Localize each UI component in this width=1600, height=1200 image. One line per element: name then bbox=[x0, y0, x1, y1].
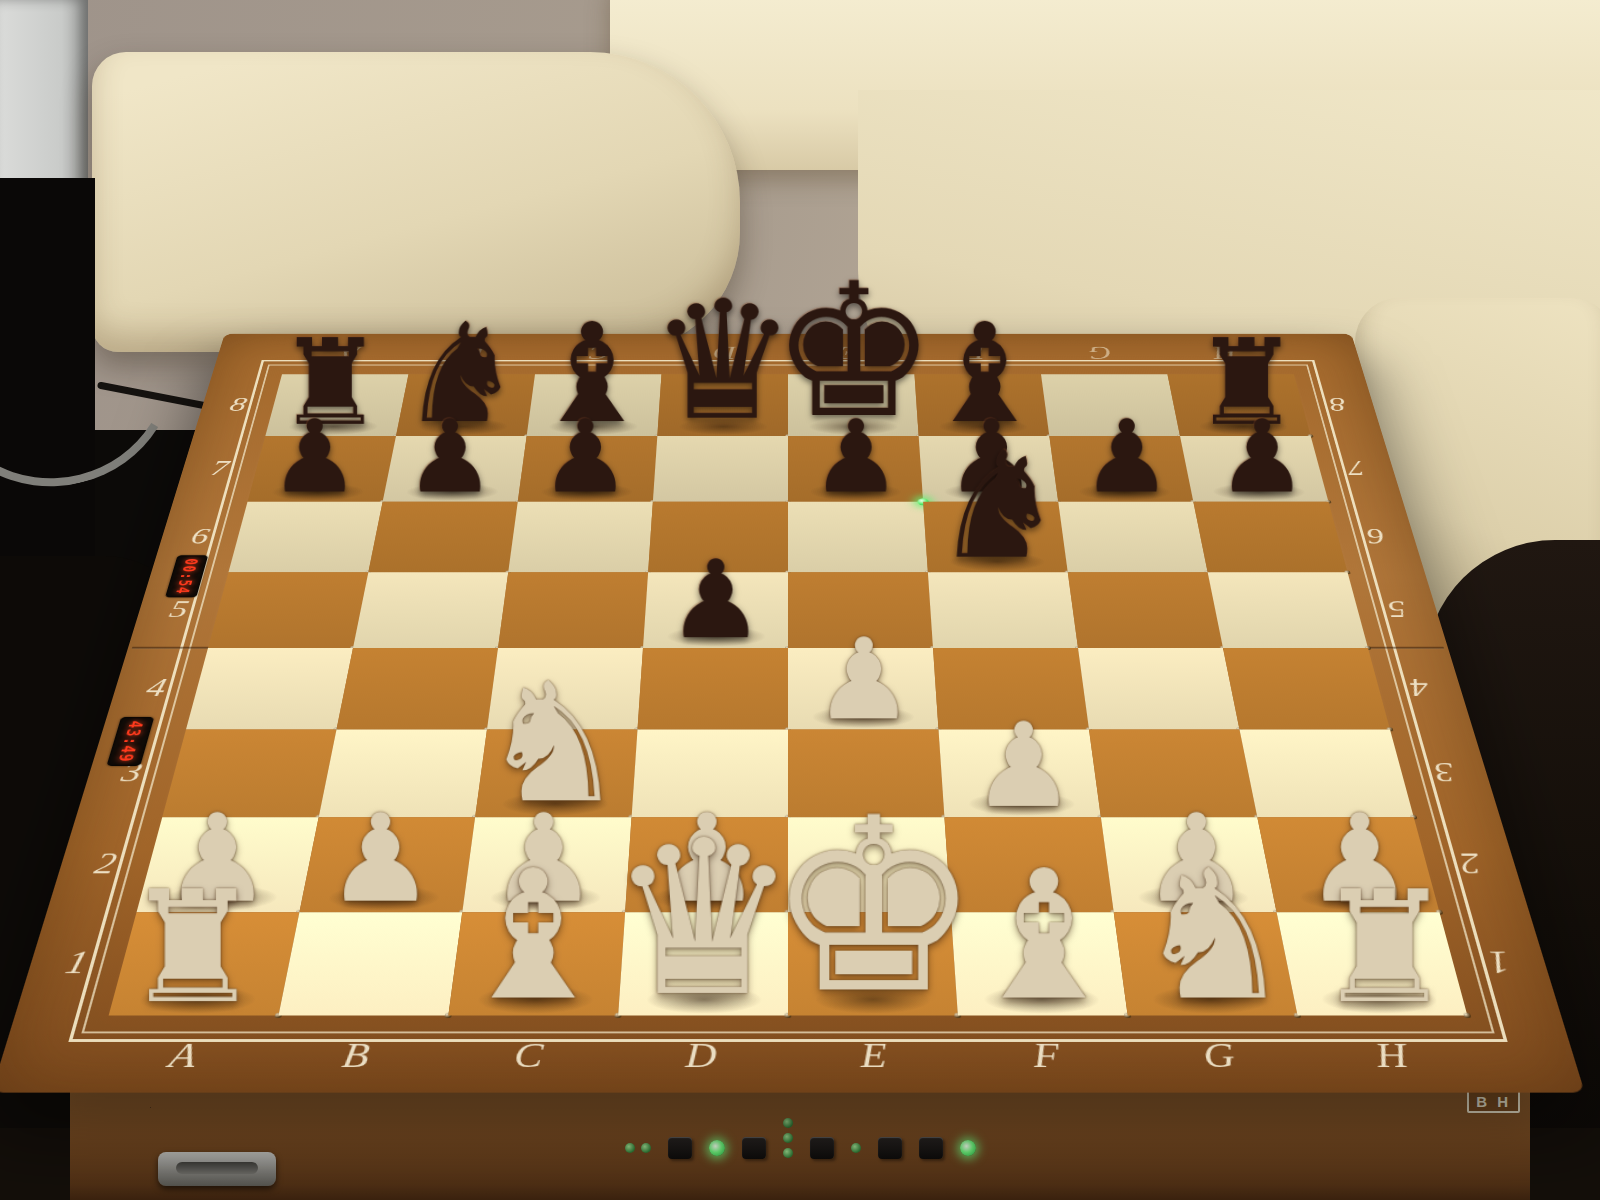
board: ♜♞♝♛♚♝♜♟♟♟♟♟♟♟♞♟♟♞♟♟♟♟♟♟♟♜♝♛♚♝♞♜ bbox=[109, 374, 1468, 1015]
status-led bbox=[851, 1143, 861, 1153]
square-e6[interactable] bbox=[788, 502, 928, 573]
power-led bbox=[960, 1140, 976, 1156]
status-led bbox=[641, 1143, 651, 1153]
black-pawn[interactable]: ♟ bbox=[667, 549, 764, 652]
rank-label-left-3: 3 bbox=[118, 756, 146, 788]
square-b6[interactable] bbox=[368, 502, 517, 573]
black-pawn[interactable]: ♟ bbox=[404, 410, 494, 506]
square-d7[interactable] bbox=[653, 436, 788, 502]
device-button[interactable] bbox=[878, 1137, 902, 1159]
clock-black-time: 00:54 bbox=[172, 558, 202, 594]
rank-label-right-6: 6 bbox=[1363, 523, 1388, 549]
rank-label-right-3: 3 bbox=[1430, 756, 1458, 788]
square-h5[interactable] bbox=[1208, 572, 1368, 648]
square-b4[interactable] bbox=[336, 648, 498, 729]
square-a4[interactable] bbox=[186, 648, 353, 729]
device-button[interactable] bbox=[668, 1137, 692, 1159]
square-e7[interactable]: ♟ bbox=[788, 436, 923, 502]
square-c7[interactable]: ♟ bbox=[518, 436, 658, 502]
square-b2[interactable]: ♟ bbox=[299, 817, 475, 912]
file-label-bottom-b: B bbox=[339, 1035, 372, 1076]
square-h1[interactable]: ♜ bbox=[1277, 912, 1468, 1015]
square-h7[interactable]: ♟ bbox=[1180, 436, 1328, 502]
status-led bbox=[783, 1148, 793, 1158]
white-queen[interactable]: ♛ bbox=[607, 818, 799, 1021]
white-bishop[interactable]: ♝ bbox=[453, 852, 613, 1022]
square-f6[interactable]: ♞ bbox=[923, 502, 1068, 573]
square-c5[interactable] bbox=[498, 572, 648, 648]
square-c1[interactable]: ♝ bbox=[448, 912, 625, 1015]
file-label-bottom-h: H bbox=[1371, 1035, 1412, 1076]
square-a5[interactable] bbox=[208, 572, 368, 648]
square-e4[interactable]: ♟ bbox=[788, 648, 939, 729]
file-label-bottom-a: A bbox=[165, 1035, 201, 1076]
square-h6[interactable] bbox=[1193, 502, 1347, 573]
rank-label-right-8: 8 bbox=[1326, 393, 1348, 416]
device-button[interactable] bbox=[742, 1137, 766, 1159]
clock-display-black: 00:54 bbox=[165, 555, 208, 597]
square-a1[interactable]: ♜ bbox=[109, 912, 300, 1015]
square-b7[interactable]: ♟ bbox=[383, 436, 527, 502]
black-pawn[interactable]: ♟ bbox=[810, 410, 900, 506]
white-rook[interactable]: ♜ bbox=[1314, 874, 1453, 1021]
rank-label-left-2: 2 bbox=[91, 846, 121, 881]
rank-label-left-5: 5 bbox=[166, 595, 192, 623]
case-latch[interactable] bbox=[158, 1152, 276, 1186]
brand-badge: B H bbox=[1467, 1090, 1520, 1113]
file-label-bottom-d: D bbox=[685, 1035, 717, 1076]
black-pawn[interactable]: ♟ bbox=[1081, 410, 1171, 506]
square-f5[interactable] bbox=[928, 572, 1078, 648]
rank-label-left-8: 8 bbox=[227, 393, 249, 416]
file-label-bottom-e: E bbox=[860, 1035, 888, 1076]
square-g6[interactable] bbox=[1058, 502, 1207, 573]
rank-label-right-7: 7 bbox=[1344, 456, 1367, 480]
square-d1[interactable]: ♛ bbox=[618, 912, 788, 1015]
white-pawn[interactable]: ♟ bbox=[813, 627, 914, 734]
rank-label-left-4: 4 bbox=[143, 673, 170, 703]
clock-display-white: 43:49 bbox=[106, 717, 154, 766]
chessboard-3d-wrap: ♜♞♝♛♚♝♜♟♟♟♟♟♟♟♞♟♟♞♟♟♟♟♟♟♟♜♝♛♚♝♞♜ 8877665… bbox=[0, 334, 1585, 1093]
rank-label-left-7: 7 bbox=[208, 456, 231, 480]
square-h4[interactable] bbox=[1223, 648, 1390, 729]
square-c6[interactable] bbox=[508, 502, 653, 573]
black-queen[interactable]: ♛ bbox=[649, 283, 796, 439]
status-led bbox=[783, 1133, 793, 1143]
control-panel bbox=[625, 1128, 976, 1168]
status-led-column bbox=[783, 1118, 793, 1158]
rank-label-right-2: 2 bbox=[1455, 846, 1485, 881]
rank-label-right-5: 5 bbox=[1384, 595, 1410, 623]
square-f1[interactable]: ♝ bbox=[951, 912, 1128, 1015]
rank-label-right-1: 1 bbox=[1483, 944, 1515, 982]
rank-label-left-1: 1 bbox=[61, 944, 93, 982]
rank-label-left-6: 6 bbox=[188, 523, 213, 549]
black-pawn[interactable]: ♟ bbox=[1217, 410, 1307, 506]
square-e1[interactable]: ♚ bbox=[788, 912, 958, 1015]
square-b1[interactable] bbox=[278, 912, 462, 1015]
square-d5[interactable]: ♟ bbox=[643, 572, 788, 648]
file-label-bottom-g: G bbox=[1200, 1035, 1238, 1076]
white-pawn[interactable]: ♟ bbox=[325, 802, 434, 917]
clock-white-time: 43:49 bbox=[114, 721, 147, 763]
black-pawn[interactable]: ♟ bbox=[269, 410, 359, 506]
file-label-top-g: G bbox=[1087, 342, 1113, 363]
square-g5[interactable] bbox=[1068, 572, 1223, 648]
status-led-pair bbox=[625, 1143, 651, 1153]
black-pawn[interactable]: ♟ bbox=[540, 410, 630, 506]
square-g7[interactable]: ♟ bbox=[1049, 436, 1193, 502]
file-label-bottom-f: F bbox=[1031, 1035, 1061, 1076]
file-label-bottom-c: C bbox=[512, 1035, 545, 1076]
white-pawn[interactable]: ♟ bbox=[971, 711, 1076, 822]
square-b5[interactable] bbox=[353, 572, 508, 648]
white-bishop[interactable]: ♝ bbox=[963, 852, 1123, 1022]
status-led bbox=[625, 1143, 635, 1153]
square-d4[interactable] bbox=[637, 648, 788, 729]
white-rook[interactable]: ♜ bbox=[123, 874, 262, 1021]
device-button[interactable] bbox=[810, 1137, 834, 1159]
square-g4[interactable] bbox=[1078, 648, 1240, 729]
scene: B H ♜♞♝♛♚♝♜♟♟♟♟♟♟♟♞♟♟♞♟♟♟♟♟♟♟♜♝♛♚♝♞♜ 887… bbox=[0, 0, 1600, 1200]
rank-label-right-4: 4 bbox=[1406, 673, 1433, 703]
square-d8[interactable]: ♛ bbox=[657, 374, 788, 436]
status-led bbox=[783, 1118, 793, 1128]
white-knight[interactable]: ♞ bbox=[1134, 852, 1294, 1022]
board-frame: ♜♞♝♛♚♝♜♟♟♟♟♟♟♟♞♟♟♞♟♟♟♟♟♟♟♜♝♛♚♝♞♜ 8877665… bbox=[0, 334, 1585, 1093]
board-front-rail: B H bbox=[70, 1086, 1530, 1200]
black-knight[interactable]: ♞ bbox=[932, 437, 1064, 577]
square-a6[interactable] bbox=[228, 502, 382, 573]
square-g1[interactable]: ♞ bbox=[1114, 912, 1298, 1015]
square-a7[interactable]: ♟ bbox=[248, 436, 396, 502]
device-button[interactable] bbox=[919, 1137, 943, 1159]
power-led bbox=[709, 1140, 725, 1156]
